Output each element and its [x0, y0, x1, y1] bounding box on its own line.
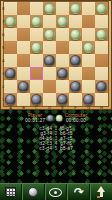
square-a1[interactable] — [4, 93, 17, 106]
square-f7[interactable] — [69, 15, 82, 28]
light-piece-d8[interactable] — [44, 3, 55, 14]
square-f4[interactable] — [69, 54, 82, 67]
light-piece-h6[interactable] — [96, 29, 107, 40]
dark-piece-e3[interactable] — [57, 68, 68, 79]
square-f2[interactable] — [69, 80, 82, 93]
light-piece-d6[interactable] — [44, 29, 55, 40]
square-a8[interactable] — [4, 2, 17, 15]
move-list: c3-d41f6-g5g3-f42b6-c5d4-b63a7-c5d2-c34g… — [0, 126, 112, 151]
dark-piece-a3[interactable] — [5, 68, 16, 79]
computer-move: b8-a7 — [60, 146, 89, 151]
board-grid[interactable] — [4, 2, 108, 106]
dark-piece-c1[interactable] — [31, 94, 42, 105]
square-e8[interactable] — [56, 2, 69, 15]
square-b4[interactable] — [17, 54, 30, 67]
square-h3[interactable] — [95, 67, 108, 80]
rank-label-6: 6 — [2, 33, 5, 37]
square-a4[interactable] — [4, 54, 17, 67]
light-piece-h8[interactable] — [96, 3, 107, 14]
square-g2[interactable] — [82, 80, 95, 93]
checkers-app: 87654321 ABCDEFGH Player 00:01:27 Comput… — [0, 0, 112, 200]
square-d1[interactable] — [43, 93, 56, 106]
computer-time: 00:00:00 — [66, 118, 86, 123]
square-d3[interactable] — [43, 67, 56, 80]
light-piece-e7[interactable] — [57, 16, 68, 27]
square-h2[interactable] — [95, 80, 108, 93]
square-f6[interactable] — [69, 28, 82, 41]
square-b3[interactable] — [17, 67, 30, 80]
square-g3[interactable] — [82, 67, 95, 80]
square-d7[interactable] — [43, 15, 56, 28]
square-c8[interactable] — [30, 2, 43, 15]
player-move: c3-d4 — [23, 146, 52, 151]
square-h5[interactable] — [95, 41, 108, 54]
square-e3[interactable] — [56, 67, 69, 80]
dark-piece-f4[interactable] — [70, 55, 81, 66]
rank-label-8: 8 — [2, 7, 5, 11]
square-d5[interactable] — [43, 41, 56, 54]
square-d8[interactable] — [43, 2, 56, 15]
square-g4[interactable] — [82, 54, 95, 67]
move-number: 5 — [52, 146, 60, 151]
square-b6[interactable] — [17, 28, 30, 41]
square-f5[interactable] — [69, 41, 82, 54]
square-a2[interactable] — [4, 80, 17, 93]
square-c2[interactable] — [30, 80, 43, 93]
square-a5[interactable] — [4, 41, 17, 54]
square-g6[interactable] — [82, 28, 95, 41]
computer-piece-icon — [56, 114, 64, 122]
square-b8[interactable] — [17, 2, 30, 15]
square-f8[interactable] — [69, 2, 82, 15]
ball-button[interactable] — [22, 184, 45, 200]
move-row-5: c3-d45b8-a7 — [23, 146, 89, 151]
exit-up-icon — [97, 186, 106, 198]
hint-button[interactable]: ↷ — [67, 184, 90, 200]
square-e2[interactable] — [56, 80, 69, 93]
dark-piece-b2[interactable] — [18, 81, 29, 92]
dark-piece-a1[interactable] — [5, 94, 16, 105]
square-e6[interactable] — [56, 28, 69, 41]
square-g7[interactable] — [82, 15, 95, 28]
player-time: 00:01:27 — [25, 118, 45, 123]
square-d6[interactable] — [43, 28, 56, 41]
exit-button[interactable] — [90, 184, 112, 200]
board-grid-button[interactable] — [0, 184, 22, 200]
square-e1[interactable] — [56, 93, 69, 106]
square-b7[interactable] — [17, 15, 30, 28]
square-f1[interactable] — [69, 93, 82, 106]
board-grid-icon — [5, 187, 16, 197]
square-h8[interactable] — [95, 2, 108, 15]
square-e4[interactable] — [56, 54, 69, 67]
square-c6[interactable] — [30, 28, 43, 41]
square-a3[interactable] — [4, 67, 17, 80]
eye-button[interactable] — [45, 184, 68, 200]
light-piece-c5[interactable] — [31, 42, 42, 53]
square-g8[interactable] — [82, 2, 95, 15]
square-e7[interactable] — [56, 15, 69, 28]
player-piece-icon — [47, 114, 55, 122]
light-piece-f8[interactable] — [70, 3, 81, 14]
square-g5[interactable] — [82, 41, 95, 54]
ball-icon — [28, 187, 38, 197]
square-e5[interactable] — [56, 41, 69, 54]
square-f3[interactable] — [69, 67, 82, 80]
clock-header: Player 00:01:27 Computer 00:00:00 — [0, 113, 112, 123]
square-b2[interactable] — [17, 80, 30, 93]
eye-icon — [49, 188, 62, 197]
square-b1[interactable] — [17, 93, 30, 106]
square-c5[interactable] — [30, 41, 43, 54]
light-piece-f6[interactable] — [70, 29, 81, 40]
rank-label-4: 4 — [2, 59, 5, 63]
square-b5[interactable] — [17, 41, 30, 54]
dark-piece-e1[interactable] — [57, 94, 68, 105]
rank-label-1: 1 — [2, 98, 5, 102]
square-h4[interactable] — [95, 54, 108, 67]
square-h6[interactable] — [95, 28, 108, 41]
square-h7[interactable] — [95, 15, 108, 28]
square-c4[interactable] — [30, 54, 43, 67]
rank-label-2: 2 — [2, 85, 5, 89]
toolbar: ↷ — [0, 183, 112, 200]
board-frame: 87654321 ABCDEFGH — [0, 0, 112, 110]
square-a7[interactable] — [4, 15, 17, 28]
light-piece-a7[interactable] — [5, 16, 16, 27]
dark-piece-h2[interactable] — [96, 81, 107, 92]
square-c1[interactable] — [30, 93, 43, 106]
hint-move-icon: ↷ — [73, 185, 85, 198]
player-clock: Player 00:01:27 — [25, 113, 45, 123]
square-h1[interactable] — [95, 93, 108, 106]
dark-piece-g1[interactable] — [83, 94, 94, 105]
light-piece-c7[interactable] — [31, 16, 42, 27]
square-c7[interactable] — [30, 15, 43, 28]
dark-piece-f2[interactable] — [70, 81, 81, 92]
rank-label-7: 7 — [2, 20, 5, 24]
info-panel: Player 00:01:27 Computer 00:00:00 c3-d41… — [0, 110, 112, 183]
square-a6[interactable] — [4, 28, 17, 41]
square-d4[interactable] — [43, 54, 56, 67]
light-piece-g5[interactable] — [83, 42, 94, 53]
square-d2[interactable] — [43, 80, 56, 93]
rank-label-3: 3 — [2, 72, 5, 76]
rank-label-5: 5 — [2, 46, 5, 50]
computer-clock: Computer 00:00:00 — [65, 113, 87, 123]
square-c3[interactable] — [30, 67, 43, 80]
dark-piece-d4[interactable] — [44, 55, 55, 66]
square-g1[interactable] — [82, 93, 95, 106]
